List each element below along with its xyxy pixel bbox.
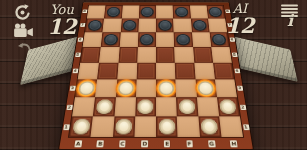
file-label-d: D bbox=[141, 140, 148, 147]
white-piece-g3[interactable] bbox=[198, 82, 214, 96]
square-h1[interactable] bbox=[219, 116, 243, 137]
square-a5[interactable] bbox=[80, 47, 101, 63]
square-b8[interactable] bbox=[104, 5, 122, 18]
square-f7[interactable] bbox=[173, 19, 191, 33]
square-f2[interactable] bbox=[176, 97, 198, 116]
square-c5[interactable] bbox=[118, 47, 138, 63]
file-label-c: C bbox=[119, 140, 126, 147]
square-d3[interactable] bbox=[136, 79, 156, 97]
board-grid bbox=[68, 5, 244, 138]
rank-label-left-5: 5 bbox=[75, 53, 81, 57]
square-b5[interactable] bbox=[99, 47, 119, 63]
black-piece-b8[interactable] bbox=[106, 7, 120, 17]
captured-pieces-tray-right bbox=[232, 36, 298, 82]
square-c8[interactable] bbox=[121, 5, 139, 18]
square-c3[interactable] bbox=[115, 79, 136, 97]
square-h3[interactable] bbox=[215, 79, 237, 97]
square-c7[interactable] bbox=[120, 19, 138, 33]
square-f1[interactable] bbox=[177, 116, 200, 137]
square-b4[interactable] bbox=[97, 63, 118, 80]
black-piece-d8[interactable] bbox=[141, 7, 154, 17]
white-piece-a3[interactable] bbox=[78, 82, 95, 96]
square-d5[interactable] bbox=[137, 47, 156, 63]
rank-label-right-4: 4 bbox=[234, 69, 240, 74]
rank-label-right-1: 1 bbox=[243, 124, 250, 130]
square-e2[interactable] bbox=[156, 97, 177, 116]
white-piece-e3[interactable] bbox=[158, 82, 173, 96]
square-e4[interactable] bbox=[156, 63, 176, 80]
square-f5[interactable] bbox=[174, 47, 194, 63]
square-g5[interactable] bbox=[193, 47, 213, 63]
square-a7[interactable] bbox=[85, 19, 104, 33]
square-d1[interactable] bbox=[134, 116, 156, 137]
camera-icon bbox=[13, 23, 34, 38]
reset-view-button[interactable] bbox=[13, 3, 32, 22]
rank-label-left-3: 3 bbox=[69, 86, 75, 91]
black-piece-e7[interactable] bbox=[158, 20, 172, 31]
rank-label-right-5: 5 bbox=[232, 53, 238, 57]
reset-rotation-icon bbox=[13, 3, 32, 22]
camera-button[interactable] bbox=[13, 23, 34, 38]
square-b2[interactable] bbox=[93, 97, 115, 116]
square-g7[interactable] bbox=[191, 19, 210, 33]
square-d6[interactable] bbox=[138, 32, 156, 47]
black-piece-b6[interactable] bbox=[103, 34, 118, 45]
rank-label-left-2: 2 bbox=[66, 104, 72, 109]
square-g6[interactable] bbox=[192, 32, 211, 47]
square-e3[interactable] bbox=[156, 79, 176, 97]
black-piece-a7[interactable] bbox=[87, 20, 102, 31]
info-icon: i bbox=[287, 11, 293, 30]
square-a6[interactable] bbox=[83, 32, 103, 47]
square-e6[interactable] bbox=[156, 32, 174, 47]
square-f6[interactable] bbox=[174, 32, 193, 47]
player-ai-count: 12 bbox=[219, 15, 261, 36]
square-b7[interactable] bbox=[103, 19, 122, 33]
square-g8[interactable] bbox=[190, 5, 208, 18]
undo-button[interactable] bbox=[16, 39, 32, 52]
square-e8[interactable] bbox=[156, 5, 173, 18]
square-d7[interactable] bbox=[138, 19, 156, 33]
rank-label-right-3: 3 bbox=[237, 86, 243, 91]
white-piece-h2[interactable] bbox=[219, 99, 237, 114]
square-b6[interactable] bbox=[101, 32, 120, 47]
square-f4[interactable] bbox=[175, 63, 195, 80]
square-a2[interactable] bbox=[72, 97, 95, 116]
square-a3[interactable] bbox=[75, 79, 97, 97]
square-g2[interactable] bbox=[197, 97, 219, 116]
info-button[interactable]: i bbox=[287, 21, 293, 22]
player-you-count: 12 bbox=[40, 16, 84, 37]
white-piece-b2[interactable] bbox=[96, 99, 113, 114]
square-d8[interactable] bbox=[139, 5, 156, 18]
white-piece-a1[interactable] bbox=[72, 119, 90, 135]
game-screen: You 12 AI 12 i 87654321 87654321 ABCDEFG… bbox=[0, 0, 307, 150]
square-f3[interactable] bbox=[176, 79, 197, 97]
square-h5[interactable] bbox=[211, 47, 232, 63]
score-ai: AI 12 bbox=[219, 2, 261, 36]
square-e7[interactable] bbox=[156, 19, 174, 33]
square-e5[interactable] bbox=[156, 47, 175, 63]
square-h2[interactable] bbox=[217, 97, 240, 116]
file-label-g: G bbox=[208, 140, 216, 147]
file-label-b: B bbox=[97, 140, 104, 147]
rank-label-left-1: 1 bbox=[63, 124, 70, 130]
square-c1[interactable] bbox=[112, 116, 135, 137]
square-a4[interactable] bbox=[78, 63, 99, 80]
square-d2[interactable] bbox=[135, 97, 156, 116]
file-label-h: H bbox=[230, 140, 238, 147]
white-piece-g1[interactable] bbox=[201, 119, 219, 135]
square-c4[interactable] bbox=[117, 63, 137, 80]
rank-label-left-4: 4 bbox=[72, 69, 78, 74]
file-label-f: F bbox=[186, 140, 192, 147]
square-a8[interactable] bbox=[87, 5, 106, 18]
square-e1[interactable] bbox=[156, 116, 178, 137]
white-piece-d2[interactable] bbox=[138, 99, 154, 114]
black-piece-f8[interactable] bbox=[175, 7, 189, 17]
file-labels: ABCDEFGH bbox=[66, 138, 246, 149]
square-g3[interactable] bbox=[195, 79, 217, 97]
square-d4[interactable] bbox=[136, 63, 156, 80]
score-you: You 12 bbox=[40, 3, 84, 37]
undo-icon bbox=[16, 39, 32, 52]
square-b3[interactable] bbox=[95, 79, 117, 97]
square-h4[interactable] bbox=[213, 63, 234, 80]
square-f8[interactable] bbox=[173, 5, 191, 18]
file-label-e: E bbox=[164, 140, 170, 147]
white-piece-e1[interactable] bbox=[159, 119, 176, 135]
rank-label-right-2: 2 bbox=[240, 104, 246, 109]
white-piece-f2[interactable] bbox=[179, 99, 195, 114]
white-piece-c1[interactable] bbox=[115, 119, 132, 135]
black-piece-c7[interactable] bbox=[123, 20, 137, 31]
square-a1[interactable] bbox=[69, 116, 93, 137]
square-b1[interactable] bbox=[91, 116, 114, 137]
black-piece-f6[interactable] bbox=[176, 34, 190, 45]
file-label-a: A bbox=[74, 140, 82, 147]
black-piece-g7[interactable] bbox=[193, 20, 207, 31]
square-g4[interactable] bbox=[194, 63, 215, 80]
white-piece-c3[interactable] bbox=[118, 82, 134, 96]
black-piece-d6[interactable] bbox=[140, 34, 154, 45]
rank-label-left-6: 6 bbox=[77, 37, 83, 41]
square-g1[interactable] bbox=[198, 116, 221, 137]
square-c2[interactable] bbox=[114, 97, 136, 116]
square-c6[interactable] bbox=[119, 32, 138, 47]
